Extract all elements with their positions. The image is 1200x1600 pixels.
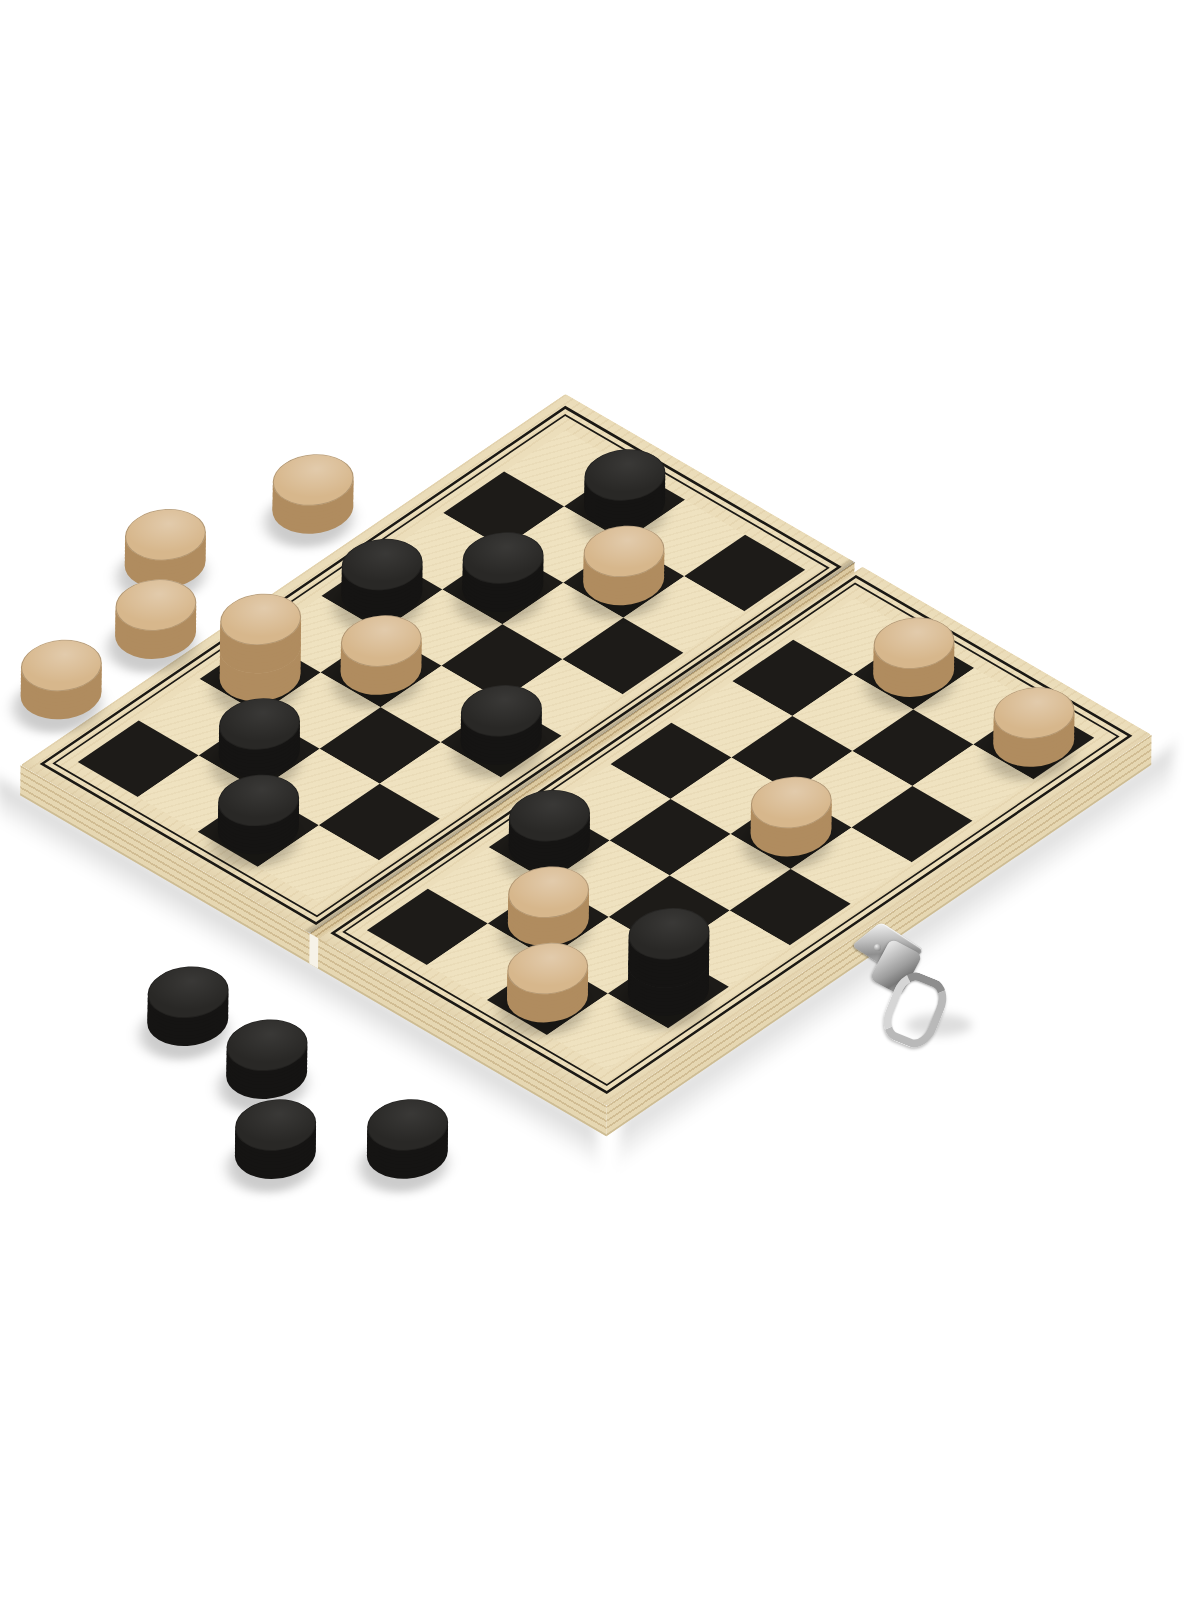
latch-clasp xyxy=(848,922,968,1042)
fold-gap-notch xyxy=(309,933,318,968)
table-plane xyxy=(21,394,1152,1106)
product-photo-stage xyxy=(0,0,1200,1600)
clasp-screw xyxy=(874,944,881,951)
